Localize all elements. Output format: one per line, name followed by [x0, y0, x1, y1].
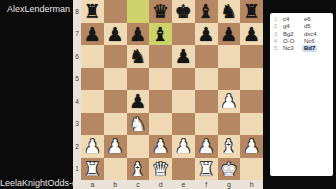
rank-label-2: 2 — [73, 135, 81, 158]
piece-white-queen: ♛ — [152, 158, 169, 180]
move-row-3: 3Bg2dxc4 — [270, 31, 333, 38]
piece-black-pawn: ♟ — [220, 23, 237, 45]
square-c3[interactable]: ♞ — [127, 113, 150, 136]
square-f6[interactable] — [195, 45, 218, 68]
square-h6[interactable] — [240, 45, 263, 68]
file-label-h: h — [240, 180, 263, 189]
move-number: 3 — [270, 31, 279, 38]
move-1-black[interactable]: e6 — [300, 16, 333, 23]
piece-black-knight: ♞ — [129, 45, 146, 67]
move-1-white[interactable]: c4 — [279, 16, 300, 23]
square-c6[interactable]: ♞ — [127, 45, 150, 68]
move-2-white[interactable]: g4 — [279, 23, 300, 30]
square-c7[interactable]: ♟ — [127, 23, 150, 46]
piece-black-rook: ♜ — [243, 0, 260, 22]
piece-black-bishop: ♝ — [152, 23, 169, 45]
square-c5[interactable] — [127, 68, 150, 91]
square-e8[interactable]: ♚ — [172, 0, 195, 23]
square-f3[interactable] — [195, 113, 218, 136]
rank-label-7: 7 — [73, 23, 81, 46]
chess-board: ♜♛♚♝♞♜♟♟♟♝♟♟♟♞♟♟♟♞♟♟♟♟♟♝♟♜♝♛♜♚ — [81, 0, 263, 180]
piece-white-pawn: ♟ — [198, 135, 215, 157]
piece-white-pawn: ♟ — [220, 90, 237, 112]
piece-white-king: ♚ — [220, 158, 237, 180]
piece-black-rook: ♜ — [84, 0, 101, 22]
square-f5[interactable] — [195, 68, 218, 91]
move-4-black[interactable]: Nc6 — [300, 38, 333, 45]
square-b1[interactable] — [104, 158, 127, 181]
square-h3[interactable] — [240, 113, 263, 136]
square-a2[interactable]: ♟ — [81, 135, 104, 158]
square-d8[interactable]: ♛ — [149, 0, 172, 23]
piece-white-rook: ♜ — [84, 158, 101, 180]
piece-white-pawn: ♟ — [243, 135, 260, 157]
piece-black-pawn: ♟ — [129, 23, 146, 45]
stream-frame: AlexLenderman LeelaKnightOdds-dev 876543… — [0, 0, 336, 189]
file-labels: abcdefgh — [81, 180, 263, 189]
square-h7[interactable]: ♟ — [240, 23, 263, 46]
piece-black-pawn: ♟ — [129, 90, 146, 112]
square-e6[interactable]: ♟ — [172, 45, 195, 68]
piece-black-pawn: ♟ — [107, 23, 124, 45]
square-c4[interactable]: ♟ — [127, 90, 150, 113]
square-d2[interactable]: ♟ — [149, 135, 172, 158]
square-g8[interactable]: ♞ — [218, 0, 241, 23]
file-label-c: c — [127, 180, 150, 189]
square-h5[interactable] — [240, 68, 263, 91]
piece-white-pawn: ♟ — [152, 135, 169, 157]
move-row-1: 1c4e6 — [270, 16, 333, 23]
file-label-f: f — [195, 180, 218, 189]
move-3-white[interactable]: Bg2 — [279, 31, 300, 38]
square-d3[interactable] — [149, 113, 172, 136]
square-d5[interactable] — [149, 68, 172, 91]
square-a5[interactable] — [81, 68, 104, 91]
square-a7[interactable]: ♟ — [81, 23, 104, 46]
square-g1[interactable]: ♚ — [218, 158, 241, 181]
move-row-4: 4O-ONc6 — [270, 38, 333, 45]
square-d7[interactable]: ♝ — [149, 23, 172, 46]
square-h2[interactable]: ♟ — [240, 135, 263, 158]
square-b8[interactable] — [104, 0, 127, 23]
square-e5[interactable] — [172, 68, 195, 91]
piece-black-knight: ♞ — [220, 0, 237, 22]
file-label-e: e — [172, 180, 195, 189]
square-b6[interactable] — [104, 45, 127, 68]
square-c2[interactable] — [127, 135, 150, 158]
move-number: 5 — [270, 45, 279, 52]
square-b4[interactable] — [104, 90, 127, 113]
move-2-black[interactable]: d5 — [300, 23, 333, 30]
move-number: 4 — [270, 38, 279, 45]
piece-white-pawn: ♟ — [84, 135, 101, 157]
square-a6[interactable] — [81, 45, 104, 68]
rank-label-5: 5 — [73, 68, 81, 91]
square-c8[interactable] — [127, 0, 150, 23]
piece-black-queen: ♛ — [152, 0, 169, 22]
rank-labels: 87654321 — [73, 0, 81, 189]
piece-white-pawn: ♟ — [175, 135, 192, 157]
move-5-white[interactable]: Nc3 — [279, 45, 300, 52]
square-g7[interactable]: ♟ — [218, 23, 241, 46]
move-row-2: 2g4d5 — [270, 23, 333, 30]
piece-white-rook: ♜ — [198, 158, 215, 180]
rank-label-4: 4 — [73, 90, 81, 113]
square-d1[interactable]: ♛ — [149, 158, 172, 181]
move-3-black[interactable]: dxc4 — [300, 31, 333, 38]
piece-black-pawn: ♟ — [175, 45, 192, 67]
rank-label-1: 1 — [73, 158, 81, 181]
square-f2[interactable]: ♟ — [195, 135, 218, 158]
square-b2[interactable]: ♟ — [104, 135, 127, 158]
piece-white-bishop: ♝ — [220, 135, 237, 157]
square-b7[interactable]: ♟ — [104, 23, 127, 46]
piece-black-pawn: ♟ — [84, 23, 101, 45]
move-number: 1 — [270, 16, 279, 23]
square-g2[interactable]: ♝ — [218, 135, 241, 158]
move-number: 2 — [270, 23, 279, 30]
file-label-a: a — [81, 180, 104, 189]
square-f4[interactable] — [195, 90, 218, 113]
piece-black-king: ♚ — [175, 0, 192, 22]
square-h1[interactable] — [240, 158, 263, 181]
square-e2[interactable]: ♟ — [172, 135, 195, 158]
move-5-black[interactable]: Bd7 — [300, 45, 333, 52]
square-h4[interactable] — [240, 90, 263, 113]
square-e4[interactable] — [172, 90, 195, 113]
square-e3[interactable] — [172, 113, 195, 136]
piece-black-pawn: ♟ — [243, 23, 260, 45]
square-g4[interactable]: ♟ — [218, 90, 241, 113]
file-label-d: d — [149, 180, 172, 189]
piece-white-pawn: ♟ — [107, 135, 124, 157]
square-a4[interactable] — [81, 90, 104, 113]
square-g6[interactable] — [218, 45, 241, 68]
rank-label-6: 6 — [73, 45, 81, 68]
piece-black-bishop: ♝ — [198, 0, 215, 22]
move-4-white[interactable]: O-O — [279, 38, 300, 45]
square-b3[interactable] — [104, 113, 127, 136]
piece-white-knight: ♞ — [129, 113, 146, 135]
square-a8[interactable]: ♜ — [81, 0, 104, 23]
move-row-5: 5Nc3Bd7 — [270, 45, 333, 52]
rank-label-8: 8 — [73, 0, 81, 23]
square-g5[interactable] — [218, 68, 241, 91]
square-e7[interactable] — [172, 23, 195, 46]
move-list-panel: 1c4e62g4d53Bg2dxc44O-ONc65Nc3Bd7 — [270, 13, 333, 176]
square-f1[interactable]: ♜ — [195, 158, 218, 181]
square-h8[interactable]: ♜ — [240, 0, 263, 23]
file-label-g: g — [218, 180, 241, 189]
square-d6[interactable] — [149, 45, 172, 68]
file-label-b: b — [104, 180, 127, 189]
square-g3[interactable] — [218, 113, 241, 136]
square-a1[interactable]: ♜ — [81, 158, 104, 181]
square-a3[interactable] — [81, 113, 104, 136]
piece-white-bishop: ♝ — [129, 158, 146, 180]
player-top-name: AlexLenderman — [7, 4, 70, 14]
square-b5[interactable] — [104, 68, 127, 91]
square-f7[interactable]: ♟ — [195, 23, 218, 46]
rank-label-3: 3 — [73, 113, 81, 136]
square-c1[interactable]: ♝ — [127, 158, 150, 181]
square-e1[interactable] — [172, 158, 195, 181]
square-d4[interactable] — [149, 90, 172, 113]
piece-black-pawn: ♟ — [198, 23, 215, 45]
square-f8[interactable]: ♝ — [195, 0, 218, 23]
